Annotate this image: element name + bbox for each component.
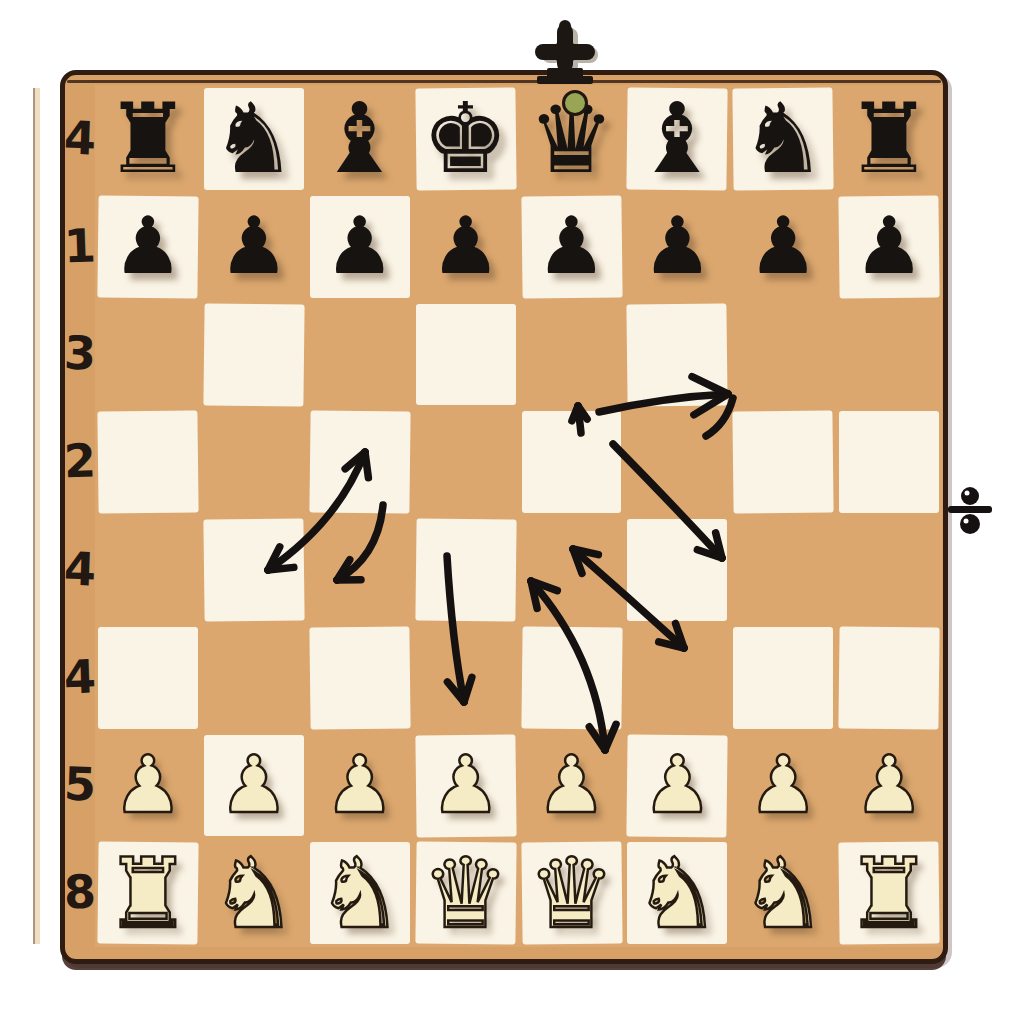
square-g7: ♟: [730, 193, 836, 301]
square-h8: ♜: [836, 85, 942, 193]
piece-white-pawn: ♟: [201, 732, 307, 840]
piece-black-pawn: ♟: [201, 193, 307, 301]
light-square-patch: [309, 411, 410, 514]
square-d1: ♛: [413, 839, 519, 947]
square-b6: [201, 301, 307, 409]
page: ♜♞♝♚♛♝♞♜♟♟♟♟♟♟♟♟♟♟♟♟♟♟♟♟♜♞♞♛♛♞♞♜ 4132445…: [0, 0, 1024, 1024]
piece-white-queen: ♛: [413, 839, 519, 947]
square-a6: [95, 301, 201, 409]
square-h2: ♟: [836, 732, 942, 840]
square-f4: [624, 516, 730, 624]
square-c4: [307, 516, 413, 624]
square-c1: ♞: [307, 839, 413, 947]
square-g5: [730, 408, 836, 516]
square-b5: [201, 408, 307, 516]
piece-black-pawn: ♟: [624, 193, 730, 301]
square-e1: ♛: [519, 839, 625, 947]
piece-white-knight: ♞: [307, 839, 413, 947]
piece-white-pawn: ♟: [307, 732, 413, 840]
light-square-patch: [98, 627, 198, 729]
square-d2: ♟: [413, 732, 519, 840]
chess-board: ♜♞♝♚♛♝♞♜♟♟♟♟♟♟♟♟♟♟♟♟♟♟♟♟♜♞♞♛♛♞♞♜: [95, 85, 942, 947]
square-g1: ♞: [730, 839, 836, 947]
square-h5: [836, 408, 942, 516]
square-c6: [307, 301, 413, 409]
piece-black-pawn: ♟: [307, 193, 413, 301]
rank-label-5: 2: [63, 434, 97, 489]
square-a3: [95, 624, 201, 732]
square-d3: [413, 624, 519, 732]
square-d4: [413, 516, 519, 624]
piece-black-pawn: ♟: [95, 193, 201, 301]
square-a2: ♟: [95, 732, 201, 840]
square-h1: ♜: [836, 839, 942, 947]
piece-white-pawn: ♟: [413, 732, 519, 840]
square-f3: [624, 624, 730, 732]
piece-black-rook: ♜: [836, 85, 942, 193]
light-square-patch: [415, 518, 516, 621]
square-g4: [730, 516, 836, 624]
square-f8: ♝: [624, 85, 730, 193]
rank-label-3: 4: [63, 649, 97, 704]
light-square-patch: [627, 519, 727, 621]
square-b7: ♟: [201, 193, 307, 301]
piece-white-knight: ♞: [624, 839, 730, 947]
rank-label-1: 8: [63, 865, 97, 920]
square-h4: [836, 516, 942, 624]
light-square-patch: [97, 411, 198, 514]
square-h7: ♟: [836, 193, 942, 301]
square-d5: [413, 408, 519, 516]
piece-white-rook: ♜: [836, 839, 942, 947]
light-square-patch: [416, 304, 516, 406]
piece-black-bishop: ♝: [624, 85, 730, 193]
piece-white-pawn: ♟: [95, 732, 201, 840]
square-e2: ♟: [519, 732, 625, 840]
cross-finial-icon: [523, 18, 609, 88]
queen-orb-decoration: [562, 90, 588, 116]
square-f7: ♟: [624, 193, 730, 301]
piece-white-knight: ♞: [730, 839, 836, 947]
square-c3: [307, 624, 413, 732]
rank-label-2: 5: [63, 757, 97, 812]
piece-black-rook: ♜: [95, 85, 201, 193]
square-a1: ♜: [95, 839, 201, 947]
square-c7: ♟: [307, 193, 413, 301]
square-f2: ♟: [624, 732, 730, 840]
square-b4: [201, 516, 307, 624]
rank-label-8: 4: [63, 110, 97, 165]
light-square-patch: [521, 626, 622, 729]
square-e5: [519, 408, 625, 516]
piece-black-king: ♚: [413, 85, 519, 193]
square-e3: [519, 624, 625, 732]
square-f6: [624, 301, 730, 409]
square-e4: [519, 516, 625, 624]
square-b2: ♟: [201, 732, 307, 840]
square-g6: [730, 301, 836, 409]
light-square-patch: [203, 518, 304, 621]
square-c2: ♟: [307, 732, 413, 840]
piece-black-pawn: ♟: [519, 193, 625, 301]
square-e6: [519, 301, 625, 409]
piece-black-bishop: ♝: [307, 85, 413, 193]
square-h6: [836, 301, 942, 409]
square-f5: [624, 408, 730, 516]
piece-black-knight: ♞: [730, 85, 836, 193]
square-d6: [413, 301, 519, 409]
square-g3: [730, 624, 836, 732]
piece-white-knight: ♞: [201, 839, 307, 947]
light-square-patch: [839, 411, 939, 513]
square-g2: ♟: [730, 732, 836, 840]
light-square-patch: [733, 627, 833, 729]
square-b3: [201, 624, 307, 732]
square-e7: ♟: [519, 193, 625, 301]
rank-label-7: 1: [63, 218, 97, 273]
square-d7: ♟: [413, 193, 519, 301]
piece-white-pawn: ♟: [519, 732, 625, 840]
piece-black-pawn: ♟: [413, 193, 519, 301]
light-square-patch: [309, 626, 410, 729]
square-f1: ♞: [624, 839, 730, 947]
square-a8: ♜: [95, 85, 201, 193]
piece-white-pawn: ♟: [624, 732, 730, 840]
piece-black-pawn: ♟: [836, 193, 942, 301]
rank-label-4: 4: [63, 541, 97, 596]
square-b8: ♞: [201, 85, 307, 193]
piece-black-knight: ♞: [201, 85, 307, 193]
piece-white-pawn: ♟: [730, 732, 836, 840]
double-knob-ornament-icon: [946, 480, 996, 542]
square-d8: ♚: [413, 85, 519, 193]
light-square-patch: [203, 303, 304, 406]
light-square-patch: [839, 626, 940, 729]
square-b1: ♞: [201, 839, 307, 947]
square-a4: [95, 516, 201, 624]
piece-white-pawn: ♟: [836, 732, 942, 840]
square-g8: ♞: [730, 85, 836, 193]
piece-black-pawn: ♟: [730, 193, 836, 301]
rank-label-6: 3: [63, 326, 97, 381]
board-side-edge: [33, 88, 40, 944]
square-a5: [95, 408, 201, 516]
square-h3: [836, 624, 942, 732]
square-c5: [307, 408, 413, 516]
light-square-patch: [733, 411, 834, 514]
light-square-patch: [627, 303, 728, 406]
square-a7: ♟: [95, 193, 201, 301]
square-c8: ♝: [307, 85, 413, 193]
piece-white-rook: ♜: [95, 839, 201, 947]
light-square-patch: [522, 411, 622, 513]
piece-white-queen: ♛: [519, 839, 625, 947]
